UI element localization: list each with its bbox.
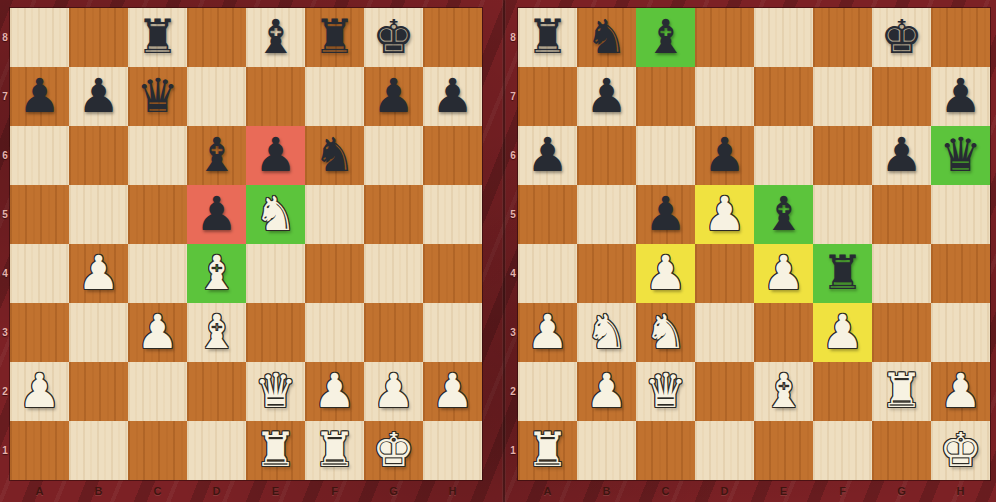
square-e7[interactable] <box>246 67 305 126</box>
square-g6[interactable]: ♟ <box>872 126 931 185</box>
square-h6[interactable]: ♛ <box>931 126 990 185</box>
file-label-d: D <box>187 481 246 501</box>
square-f3[interactable]: ♟ <box>813 303 872 362</box>
square-g2[interactable]: ♜ <box>872 362 931 421</box>
white-pawn-icon[interactable]: ♟ <box>636 244 695 303</box>
square-a5[interactable] <box>10 185 69 244</box>
white-pawn-icon[interactable]: ♟ <box>931 362 990 421</box>
square-f4[interactable]: ♜ <box>813 244 872 303</box>
rank-label-2: 2 <box>0 362 10 421</box>
square-e2[interactable]: ♝ <box>754 362 813 421</box>
rank-label-6: 6 <box>0 126 10 185</box>
square-d1[interactable] <box>695 421 754 480</box>
black-rook-icon[interactable]: ♜ <box>813 244 872 303</box>
square-f5[interactable] <box>305 185 364 244</box>
square-c6[interactable] <box>636 126 695 185</box>
square-h2[interactable]: ♟ <box>931 362 990 421</box>
square-b5[interactable] <box>69 185 128 244</box>
square-e8[interactable] <box>754 8 813 67</box>
square-c3[interactable]: ♞ <box>636 303 695 362</box>
square-a3[interactable] <box>10 303 69 362</box>
square-f7[interactable] <box>813 67 872 126</box>
square-b8[interactable]: ♞ <box>577 8 636 67</box>
white-rook-icon[interactable]: ♜ <box>872 362 931 421</box>
square-b4[interactable] <box>577 244 636 303</box>
square-c3[interactable]: ♟ <box>128 303 187 362</box>
square-g3[interactable] <box>364 303 423 362</box>
square-g4[interactable] <box>872 244 931 303</box>
file-label-b: B <box>69 481 128 501</box>
square-a3[interactable]: ♟ <box>518 303 577 362</box>
right-board-rank-labels: 87654321 <box>508 8 518 480</box>
file-label-c: C <box>128 481 187 501</box>
black-pawn-icon[interactable]: ♟ <box>364 67 423 126</box>
white-pawn-icon[interactable]: ♟ <box>813 303 872 362</box>
square-c2[interactable] <box>128 362 187 421</box>
file-label-c: C <box>636 481 695 501</box>
square-a4[interactable] <box>518 244 577 303</box>
rank-label-6: 6 <box>508 126 518 185</box>
square-d3[interactable]: ♝ <box>187 303 246 362</box>
square-d7[interactable] <box>695 67 754 126</box>
white-knight-icon[interactable]: ♞ <box>636 303 695 362</box>
square-g5[interactable] <box>364 185 423 244</box>
rank-label-7: 7 <box>0 67 10 126</box>
square-f1[interactable] <box>813 421 872 480</box>
square-h1[interactable]: ♚ <box>931 421 990 480</box>
white-pawn-icon[interactable]: ♟ <box>69 244 128 303</box>
rank-label-8: 8 <box>508 8 518 67</box>
rank-label-4: 4 <box>0 244 10 303</box>
rank-label-1: 1 <box>0 421 10 480</box>
black-pawn-icon[interactable]: ♟ <box>577 67 636 126</box>
square-e6[interactable] <box>754 126 813 185</box>
square-a2[interactable] <box>518 362 577 421</box>
square-c7[interactable] <box>636 67 695 126</box>
black-rook-icon[interactable]: ♜ <box>518 8 577 67</box>
square-b7[interactable]: ♟ <box>69 67 128 126</box>
black-pawn-icon[interactable]: ♟ <box>931 67 990 126</box>
file-label-g: G <box>364 481 423 501</box>
square-c8[interactable]: ♜ <box>128 8 187 67</box>
white-pawn-icon[interactable]: ♟ <box>518 303 577 362</box>
square-g1[interactable]: ♚ <box>364 421 423 480</box>
square-d4[interactable]: ♝ <box>187 244 246 303</box>
white-pawn-icon[interactable]: ♟ <box>364 362 423 421</box>
rank-label-2: 2 <box>508 362 518 421</box>
square-f2[interactable]: ♟ <box>305 362 364 421</box>
square-d2[interactable] <box>187 362 246 421</box>
square-g7[interactable] <box>872 67 931 126</box>
white-knight-icon[interactable]: ♞ <box>577 303 636 362</box>
square-a7[interactable] <box>518 67 577 126</box>
square-b1[interactable] <box>69 421 128 480</box>
square-h5[interactable] <box>931 185 990 244</box>
file-label-g: G <box>872 481 931 501</box>
right-board-file-labels: ABCDEFGH <box>518 481 990 501</box>
square-g7[interactable]: ♟ <box>364 67 423 126</box>
square-a7[interactable]: ♟ <box>10 67 69 126</box>
board-divider <box>502 0 506 502</box>
black-knight-icon[interactable]: ♞ <box>577 8 636 67</box>
black-rook-icon[interactable]: ♜ <box>305 8 364 67</box>
black-pawn-icon[interactable]: ♟ <box>518 126 577 185</box>
square-c8[interactable]: ♝ <box>636 8 695 67</box>
square-d4[interactable] <box>695 244 754 303</box>
square-a6[interactable] <box>10 126 69 185</box>
square-e8[interactable]: ♝ <box>246 8 305 67</box>
square-g4[interactable] <box>364 244 423 303</box>
square-b3[interactable]: ♞ <box>577 303 636 362</box>
left-board-file-labels: ABCDEFGH <box>10 481 482 501</box>
square-c1[interactable] <box>128 421 187 480</box>
square-b4[interactable]: ♟ <box>69 244 128 303</box>
square-g8[interactable]: ♚ <box>872 8 931 67</box>
square-d5[interactable]: ♟ <box>187 185 246 244</box>
square-g5[interactable] <box>872 185 931 244</box>
square-e3[interactable] <box>246 303 305 362</box>
square-e7[interactable] <box>754 67 813 126</box>
white-bishop-icon[interactable]: ♝ <box>754 362 813 421</box>
square-f6[interactable]: ♞ <box>305 126 364 185</box>
white-king-icon[interactable]: ♚ <box>931 421 990 480</box>
square-c5[interactable] <box>128 185 187 244</box>
square-a8[interactable] <box>10 8 69 67</box>
square-g3[interactable] <box>872 303 931 362</box>
white-pawn-icon[interactable]: ♟ <box>754 244 813 303</box>
black-king-icon[interactable]: ♚ <box>364 8 423 67</box>
square-h8[interactable] <box>931 8 990 67</box>
square-c4[interactable]: ♟ <box>636 244 695 303</box>
file-label-b: B <box>577 481 636 501</box>
rank-label-3: 3 <box>0 303 10 362</box>
square-c6[interactable] <box>128 126 187 185</box>
square-h3[interactable] <box>423 303 482 362</box>
black-queen-icon[interactable]: ♛ <box>128 67 187 126</box>
square-h2[interactable]: ♟ <box>423 362 482 421</box>
file-label-a: A <box>518 481 577 501</box>
square-e1[interactable]: ♜ <box>246 421 305 480</box>
rank-label-7: 7 <box>508 67 518 126</box>
square-d7[interactable] <box>187 67 246 126</box>
square-g8[interactable]: ♚ <box>364 8 423 67</box>
square-f5[interactable] <box>813 185 872 244</box>
square-f7[interactable] <box>305 67 364 126</box>
square-f6[interactable] <box>813 126 872 185</box>
square-h3[interactable] <box>931 303 990 362</box>
square-a1[interactable]: ♜ <box>518 421 577 480</box>
square-c2[interactable]: ♛ <box>636 362 695 421</box>
white-queen-icon[interactable]: ♛ <box>246 362 305 421</box>
square-a4[interactable] <box>10 244 69 303</box>
square-d3[interactable] <box>695 303 754 362</box>
black-pawn-icon[interactable]: ♟ <box>187 185 246 244</box>
square-c5[interactable]: ♟ <box>636 185 695 244</box>
white-pawn-icon[interactable]: ♟ <box>577 362 636 421</box>
rank-label-5: 5 <box>508 185 518 244</box>
white-rook-icon[interactable]: ♜ <box>518 421 577 480</box>
square-e6[interactable]: ♟ <box>246 126 305 185</box>
black-rook-icon[interactable]: ♜ <box>128 8 187 67</box>
rank-label-5: 5 <box>0 185 10 244</box>
black-pawn-icon[interactable]: ♟ <box>69 67 128 126</box>
square-b6[interactable] <box>69 126 128 185</box>
square-h1[interactable] <box>423 421 482 480</box>
left-board: ♜♝♜♚♟♟♛♟♟♝♟♞♟♞♟♝♟♝♟♛♟♟♟♜♜♚ <box>10 8 482 480</box>
square-a5[interactable] <box>518 185 577 244</box>
square-a6[interactable]: ♟ <box>518 126 577 185</box>
square-b7[interactable]: ♟ <box>577 67 636 126</box>
square-b1[interactable] <box>577 421 636 480</box>
square-b6[interactable] <box>577 126 636 185</box>
square-b8[interactable] <box>69 8 128 67</box>
white-pawn-icon[interactable]: ♟ <box>10 362 69 421</box>
square-h7[interactable]: ♟ <box>931 67 990 126</box>
square-f2[interactable] <box>813 362 872 421</box>
square-h4[interactable] <box>423 244 482 303</box>
file-label-d: D <box>695 481 754 501</box>
square-f8[interactable]: ♜ <box>305 8 364 67</box>
square-a2[interactable]: ♟ <box>10 362 69 421</box>
white-bishop-icon[interactable]: ♝ <box>187 244 246 303</box>
rank-label-4: 4 <box>508 244 518 303</box>
square-c4[interactable] <box>128 244 187 303</box>
file-label-f: F <box>813 481 872 501</box>
black-knight-icon[interactable]: ♞ <box>305 126 364 185</box>
file-label-f: F <box>305 481 364 501</box>
square-a1[interactable] <box>10 421 69 480</box>
square-d6[interactable]: ♝ <box>187 126 246 185</box>
square-c7[interactable]: ♛ <box>128 67 187 126</box>
square-g2[interactable]: ♟ <box>364 362 423 421</box>
black-pawn-icon[interactable]: ♟ <box>246 126 305 185</box>
file-label-e: E <box>754 481 813 501</box>
white-pawn-icon[interactable]: ♟ <box>695 185 754 244</box>
file-label-h: H <box>423 481 482 501</box>
black-pawn-icon[interactable]: ♟ <box>695 126 754 185</box>
square-f4[interactable] <box>305 244 364 303</box>
white-rook-icon[interactable]: ♜ <box>305 421 364 480</box>
square-h6[interactable] <box>423 126 482 185</box>
square-d8[interactable] <box>187 8 246 67</box>
square-h5[interactable] <box>423 185 482 244</box>
white-pawn-icon[interactable]: ♟ <box>128 303 187 362</box>
square-d8[interactable] <box>695 8 754 67</box>
rank-label-8: 8 <box>0 8 10 67</box>
square-h4[interactable] <box>931 244 990 303</box>
black-bishop-icon[interactable]: ♝ <box>754 185 813 244</box>
black-bishop-icon[interactable]: ♝ <box>246 8 305 67</box>
square-d1[interactable] <box>187 421 246 480</box>
dual-chess-board-scene: 87654321 ♜♝♜♚♟♟♛♟♟♝♟♞♟♞♟♝♟♝♟♛♟♟♟♜♜♚ ABCD… <box>0 0 996 502</box>
square-h7[interactable]: ♟ <box>423 67 482 126</box>
square-a8[interactable]: ♜ <box>518 8 577 67</box>
square-g1[interactable] <box>872 421 931 480</box>
file-label-h: H <box>931 481 990 501</box>
black-pawn-icon[interactable]: ♟ <box>10 67 69 126</box>
square-f8[interactable] <box>813 8 872 67</box>
square-d2[interactable] <box>695 362 754 421</box>
square-f1[interactable]: ♜ <box>305 421 364 480</box>
black-pawn-icon[interactable]: ♟ <box>423 67 482 126</box>
white-bishop-icon[interactable]: ♝ <box>187 303 246 362</box>
white-pawn-icon[interactable]: ♟ <box>305 362 364 421</box>
black-bishop-icon[interactable]: ♝ <box>187 126 246 185</box>
square-e3[interactable] <box>754 303 813 362</box>
black-bishop-icon[interactable]: ♝ <box>636 8 695 67</box>
rank-label-3: 3 <box>508 303 518 362</box>
right-board: ♜♞♝♚♟♟♟♟♟♛♟♟♝♟♟♜♟♞♞♟♟♛♝♜♟♜♚ <box>518 8 990 480</box>
square-d6[interactable]: ♟ <box>695 126 754 185</box>
square-e5[interactable]: ♞ <box>246 185 305 244</box>
square-c1[interactable] <box>636 421 695 480</box>
square-g6[interactable] <box>364 126 423 185</box>
white-queen-icon[interactable]: ♛ <box>636 362 695 421</box>
square-e4[interactable] <box>246 244 305 303</box>
square-b2[interactable] <box>69 362 128 421</box>
square-b3[interactable] <box>69 303 128 362</box>
square-e2[interactable]: ♛ <box>246 362 305 421</box>
black-queen-icon[interactable]: ♛ <box>931 126 990 185</box>
square-e4[interactable]: ♟ <box>754 244 813 303</box>
square-h8[interactable] <box>423 8 482 67</box>
square-e1[interactable] <box>754 421 813 480</box>
white-rook-icon[interactable]: ♜ <box>246 421 305 480</box>
square-d5[interactable]: ♟ <box>695 185 754 244</box>
square-f3[interactable] <box>305 303 364 362</box>
white-knight-icon[interactable]: ♞ <box>246 185 305 244</box>
black-pawn-icon[interactable]: ♟ <box>872 126 931 185</box>
white-king-icon[interactable]: ♚ <box>364 421 423 480</box>
square-b2[interactable]: ♟ <box>577 362 636 421</box>
black-pawn-icon[interactable]: ♟ <box>636 185 695 244</box>
square-e5[interactable]: ♝ <box>754 185 813 244</box>
left-board-rank-labels: 87654321 <box>0 8 10 480</box>
file-label-e: E <box>246 481 305 501</box>
white-pawn-icon[interactable]: ♟ <box>423 362 482 421</box>
file-label-a: A <box>10 481 69 501</box>
black-king-icon[interactable]: ♚ <box>872 8 931 67</box>
rank-label-1: 1 <box>508 421 518 480</box>
square-b5[interactable] <box>577 185 636 244</box>
